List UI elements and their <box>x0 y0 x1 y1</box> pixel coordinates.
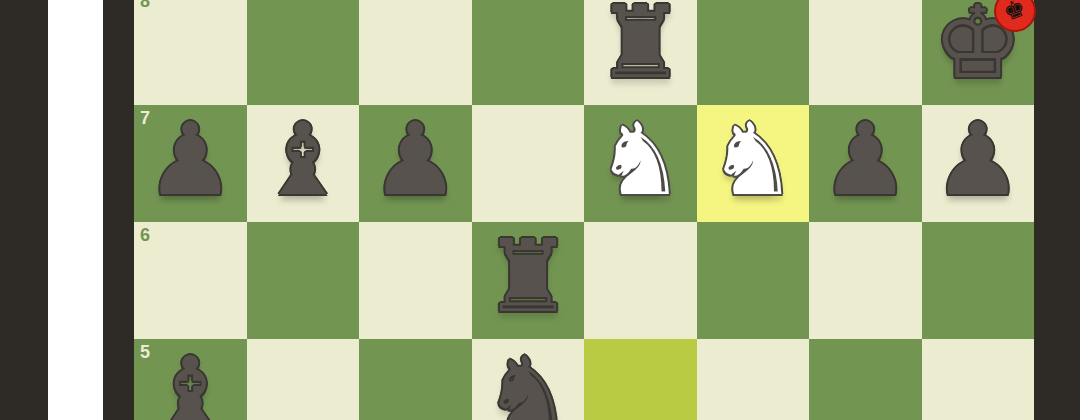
black-rook-piece[interactable]: ♜ <box>595 0 685 93</box>
square-b6[interactable] <box>247 222 360 339</box>
square-e7[interactable]: ♞ <box>584 105 697 222</box>
square-f6[interactable] <box>697 222 810 339</box>
black-pawn-piece[interactable]: ♟ <box>933 110 1023 210</box>
rank-label-8: 8 <box>140 0 150 10</box>
rank-label-6: 6 <box>140 226 150 244</box>
square-g5[interactable] <box>809 339 922 420</box>
square-h7[interactable]: ♟ <box>922 105 1035 222</box>
screen: 8♜♚♚7♟♝♟♞♞♟♟6♜5♝♞ <box>0 0 1080 420</box>
square-g6[interactable] <box>809 222 922 339</box>
square-h8[interactable]: ♚♚ <box>922 0 1035 105</box>
square-g7[interactable]: ♟ <box>809 105 922 222</box>
square-h6[interactable] <box>922 222 1035 339</box>
square-e8[interactable]: ♜ <box>584 0 697 105</box>
chess-board[interactable]: 8♜♚♚7♟♝♟♞♞♟♟6♜5♝♞ <box>134 0 1034 420</box>
black-pawn-piece[interactable]: ♟ <box>145 110 235 210</box>
square-d5[interactable]: ♞ <box>472 339 585 420</box>
square-c7[interactable]: ♟ <box>359 105 472 222</box>
black-bishop-piece[interactable]: ♝ <box>258 110 348 210</box>
square-d8[interactable] <box>472 0 585 105</box>
black-bishop-piece[interactable]: ♝ <box>145 344 235 420</box>
black-knight-piece[interactable]: ♞ <box>483 344 573 420</box>
square-f5[interactable] <box>697 339 810 420</box>
square-d6[interactable]: ♜ <box>472 222 585 339</box>
square-g8[interactable] <box>809 0 922 105</box>
square-b8[interactable] <box>247 0 360 105</box>
white-knight-piece[interactable]: ♞ <box>595 110 685 210</box>
square-f8[interactable] <box>697 0 810 105</box>
square-e5[interactable] <box>584 339 697 420</box>
square-c6[interactable] <box>359 222 472 339</box>
square-c5[interactable] <box>359 339 472 420</box>
square-h5[interactable] <box>922 339 1035 420</box>
black-rook-piece[interactable]: ♜ <box>483 227 573 327</box>
fallen-king-icon: ♚ <box>1000 0 1028 25</box>
square-f7[interactable]: ♞ <box>697 105 810 222</box>
square-a5[interactable]: 5♝ <box>134 339 247 420</box>
black-pawn-piece[interactable]: ♟ <box>820 110 910 210</box>
white-knight-piece[interactable]: ♞ <box>708 110 798 210</box>
square-c8[interactable] <box>359 0 472 105</box>
square-d7[interactable] <box>472 105 585 222</box>
black-pawn-piece[interactable]: ♟ <box>370 110 460 210</box>
square-a6[interactable]: 6 <box>134 222 247 339</box>
square-b5[interactable] <box>247 339 360 420</box>
square-e6[interactable] <box>584 222 697 339</box>
left-panel-white-strip <box>48 0 103 420</box>
square-a8[interactable]: 8 <box>134 0 247 105</box>
square-a7[interactable]: 7♟ <box>134 105 247 222</box>
square-b7[interactable]: ♝ <box>247 105 360 222</box>
